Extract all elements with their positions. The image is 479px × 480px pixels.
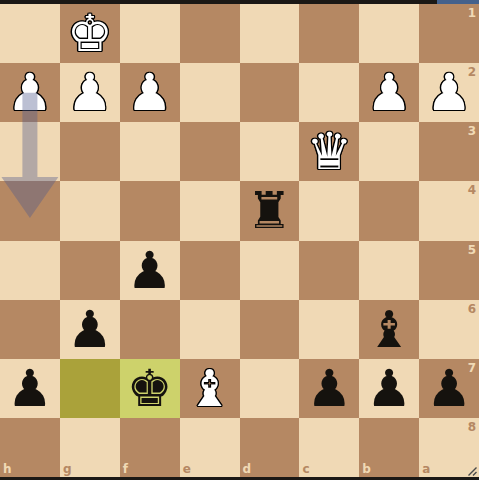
file-label-h: h <box>3 462 12 476</box>
chess-board: ♚1♟♟♟♟♟2♛3♜4♟5♟♝6♟♚♝♟♟♟7hgfedcb8a <box>0 4 479 477</box>
square-a6[interactable]: 6 <box>419 300 479 359</box>
square-b3[interactable] <box>359 122 419 181</box>
square-f2[interactable]: ♟ <box>120 63 180 122</box>
black-pawn[interactable]: ♟ <box>419 359 479 418</box>
square-b7[interactable]: ♟ <box>359 359 419 418</box>
square-b8[interactable]: b <box>359 418 419 477</box>
square-a1[interactable]: 1 <box>419 4 479 63</box>
square-c1[interactable] <box>299 4 359 63</box>
black-pawn[interactable]: ♟ <box>359 359 419 418</box>
square-b5[interactable] <box>359 241 419 300</box>
white-pawn[interactable]: ♟ <box>359 63 419 122</box>
square-c3[interactable]: ♛ <box>299 122 359 181</box>
square-a5[interactable]: 5 <box>419 241 479 300</box>
square-e6[interactable] <box>180 300 240 359</box>
black-king[interactable]: ♚ <box>120 359 180 418</box>
white-king[interactable]: ♚ <box>60 4 120 63</box>
square-h6[interactable] <box>0 300 60 359</box>
square-d3[interactable] <box>240 122 300 181</box>
rank-label-3: 3 <box>468 124 476 138</box>
rank-label-8: 8 <box>468 420 476 434</box>
square-g2[interactable]: ♟ <box>60 63 120 122</box>
square-c5[interactable] <box>299 241 359 300</box>
square-g1[interactable]: ♚ <box>60 4 120 63</box>
square-e3[interactable] <box>180 122 240 181</box>
square-f7[interactable]: ♚ <box>120 359 180 418</box>
square-d1[interactable] <box>240 4 300 63</box>
black-pawn[interactable]: ♟ <box>120 241 180 300</box>
file-label-d: d <box>243 462 252 476</box>
black-bishop[interactable]: ♝ <box>359 300 419 359</box>
square-c7[interactable]: ♟ <box>299 359 359 418</box>
white-pawn[interactable]: ♟ <box>60 63 120 122</box>
square-h7[interactable]: ♟ <box>0 359 60 418</box>
square-e1[interactable] <box>180 4 240 63</box>
file-label-a: a <box>422 462 430 476</box>
resize-handle-icon[interactable] <box>465 464 478 477</box>
square-h1[interactable] <box>0 4 60 63</box>
square-a4[interactable]: 4 <box>419 181 479 240</box>
white-queen[interactable]: ♛ <box>299 122 359 181</box>
square-d6[interactable] <box>240 300 300 359</box>
square-h4[interactable] <box>0 181 60 240</box>
file-label-b: b <box>362 462 371 476</box>
rank-label-6: 6 <box>468 302 476 316</box>
square-e8[interactable]: e <box>180 418 240 477</box>
black-pawn[interactable]: ♟ <box>0 359 60 418</box>
file-label-g: g <box>63 462 72 476</box>
rank-label-4: 4 <box>468 183 476 197</box>
white-bishop[interactable]: ♝ <box>180 359 240 418</box>
square-d2[interactable] <box>240 63 300 122</box>
square-e7[interactable]: ♝ <box>180 359 240 418</box>
square-d7[interactable] <box>240 359 300 418</box>
square-e5[interactable] <box>180 241 240 300</box>
square-b4[interactable] <box>359 181 419 240</box>
square-g5[interactable] <box>60 241 120 300</box>
square-f8[interactable]: f <box>120 418 180 477</box>
square-d8[interactable]: d <box>240 418 300 477</box>
square-f4[interactable] <box>120 181 180 240</box>
square-f3[interactable] <box>120 122 180 181</box>
square-b1[interactable] <box>359 4 419 63</box>
white-pawn[interactable]: ♟ <box>120 63 180 122</box>
square-h2[interactable]: ♟ <box>0 63 60 122</box>
square-c6[interactable] <box>299 300 359 359</box>
square-h8[interactable]: h <box>0 418 60 477</box>
square-f6[interactable] <box>120 300 180 359</box>
square-c2[interactable] <box>299 63 359 122</box>
file-label-e: e <box>183 462 191 476</box>
square-a3[interactable]: 3 <box>419 122 479 181</box>
square-f5[interactable]: ♟ <box>120 241 180 300</box>
square-d4[interactable]: ♜ <box>240 181 300 240</box>
square-g6[interactable]: ♟ <box>60 300 120 359</box>
file-label-c: c <box>302 462 309 476</box>
black-pawn[interactable]: ♟ <box>299 359 359 418</box>
square-e2[interactable] <box>180 63 240 122</box>
rank-label-5: 5 <box>468 243 476 257</box>
square-e4[interactable] <box>180 181 240 240</box>
square-g4[interactable] <box>60 181 120 240</box>
square-g8[interactable]: g <box>60 418 120 477</box>
square-g3[interactable] <box>60 122 120 181</box>
file-label-f: f <box>123 462 128 476</box>
black-rook[interactable]: ♜ <box>240 181 300 240</box>
square-b2[interactable]: ♟ <box>359 63 419 122</box>
black-pawn[interactable]: ♟ <box>60 300 120 359</box>
square-f1[interactable] <box>120 4 180 63</box>
square-a7[interactable]: ♟7 <box>419 359 479 418</box>
white-pawn[interactable]: ♟ <box>0 63 60 122</box>
square-c8[interactable]: c <box>299 418 359 477</box>
square-h5[interactable] <box>0 241 60 300</box>
page: ♚1♟♟♟♟♟2♛3♜4♟5♟♝6♟♚♝♟♟♟7hgfedcb8a <box>0 0 479 480</box>
square-d5[interactable] <box>240 241 300 300</box>
square-a2[interactable]: ♟2 <box>419 63 479 122</box>
square-c4[interactable] <box>299 181 359 240</box>
square-h3[interactable] <box>0 122 60 181</box>
white-pawn[interactable]: ♟ <box>419 63 479 122</box>
square-g7[interactable] <box>60 359 120 418</box>
rank-label-1: 1 <box>468 6 476 20</box>
square-b6[interactable]: ♝ <box>359 300 419 359</box>
